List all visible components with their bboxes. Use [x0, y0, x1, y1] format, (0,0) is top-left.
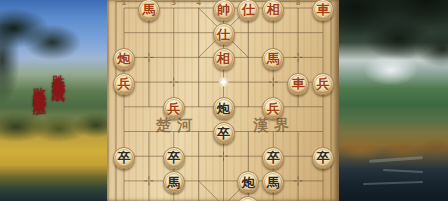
piece-black-soldier[interactable]: 卒: [262, 147, 284, 169]
background-photo-right: [339, 0, 448, 201]
piece-red-soldier[interactable]: 兵: [312, 73, 334, 95]
file-number-8: 8: [293, 0, 303, 7]
piece-red-chariot[interactable]: 車: [287, 73, 309, 95]
cloud: [353, 46, 429, 94]
piece-red-chariot[interactable]: 車: [312, 0, 334, 21]
xiangqi-game-screen: 胜兵先胜而后求战 败兵先战而后求胜 楚河 漢界 123456789馬帥仕相車仕炮…: [0, 0, 448, 201]
piece-red-soldier[interactable]: 兵: [163, 97, 185, 119]
treeline-band: [0, 110, 107, 144]
file-number-1: 1: [119, 0, 129, 7]
piece-red-elephant[interactable]: 相: [262, 0, 284, 21]
piece-red-general[interactable]: 帥: [213, 0, 235, 21]
piece-black-soldier[interactable]: 卒: [163, 147, 185, 169]
piece-red-horse[interactable]: 馬: [138, 0, 160, 21]
piece-black-cannon[interactable]: 炮: [213, 97, 235, 119]
piece-black-soldier[interactable]: 卒: [113, 147, 135, 169]
river-label-chu: 楚河: [156, 116, 198, 135]
piece-black-soldier[interactable]: 卒: [312, 147, 334, 169]
lake-reflection: [383, 169, 423, 173]
file-number-3: 3: [169, 0, 179, 7]
quote-column-2: 败兵先战而后求胜: [30, 77, 48, 93]
piece-red-soldier[interactable]: 兵: [113, 73, 135, 95]
piece-red-elephant[interactable]: 相: [213, 48, 235, 70]
quote-column-1: 胜兵先胜而后求战: [49, 64, 67, 80]
piece-red-horse[interactable]: 馬: [262, 48, 284, 70]
file-number-4: 4: [194, 0, 204, 7]
piece-red-advisor[interactable]: 仕: [213, 23, 235, 45]
piece-black-soldier[interactable]: 卒: [213, 122, 235, 144]
xiangqi-board[interactable]: 楚河 漢界 123456789馬帥仕相車仕炮相馬兵車兵兵兵炮卒卒卒卒卒馬炮馬: [107, 0, 339, 201]
lake-reflection: [363, 181, 423, 185]
piece-black-horse[interactable]: 馬: [163, 171, 185, 193]
background-photo-left: 胜兵先胜而后求战 败兵先战而后求胜: [0, 0, 107, 201]
piece-red-advisor[interactable]: 仕: [237, 0, 259, 21]
piece-red-cannon[interactable]: 炮: [113, 48, 135, 70]
